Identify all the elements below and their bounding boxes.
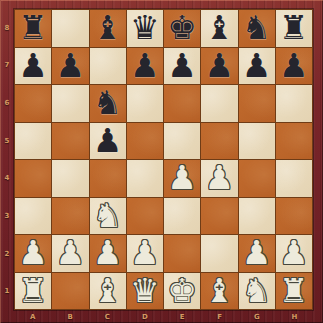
square-d5[interactable] <box>127 123 163 160</box>
square-f6[interactable] <box>201 85 237 122</box>
piece-black-queen[interactable]: ♛ <box>130 10 160 46</box>
file-label-b: B <box>51 310 88 323</box>
square-f7[interactable]: ♟ <box>201 48 237 85</box>
chess-board: ♜♝♛♚♝♞♜♟♟♟♟♟♟♟♞♟♟♟♞♟♟♟♟♟♟♜♝♛♚♝♞♜ <box>14 9 313 310</box>
square-a1[interactable]: ♜ <box>15 273 51 310</box>
rank-label-4: 4 <box>0 160 14 198</box>
rank-label-7: 7 <box>0 47 14 85</box>
piece-black-knight[interactable]: ♞ <box>242 10 272 46</box>
square-b2[interactable]: ♟ <box>52 235 88 272</box>
file-label-g: G <box>238 310 275 323</box>
square-c3[interactable]: ♞ <box>90 198 126 235</box>
square-e4[interactable]: ♟ <box>164 160 200 197</box>
piece-white-rook[interactable]: ♜ <box>279 273 309 309</box>
square-d1[interactable]: ♛ <box>127 273 163 310</box>
square-a7[interactable]: ♟ <box>15 48 51 85</box>
square-b3[interactable] <box>52 198 88 235</box>
piece-white-knight[interactable]: ♞ <box>242 273 272 309</box>
piece-white-rook[interactable]: ♜ <box>18 273 48 309</box>
square-h7[interactable]: ♟ <box>276 48 312 85</box>
piece-black-pawn[interactable]: ♟ <box>279 48 309 84</box>
piece-white-bishop[interactable]: ♝ <box>93 273 123 309</box>
piece-black-pawn[interactable]: ♟ <box>18 48 48 84</box>
square-a8[interactable]: ♜ <box>15 10 51 47</box>
square-g2[interactable]: ♟ <box>239 235 275 272</box>
square-e8[interactable]: ♚ <box>164 10 200 47</box>
square-c5[interactable]: ♟ <box>90 123 126 160</box>
square-h5[interactable] <box>276 123 312 160</box>
piece-black-bishop[interactable]: ♝ <box>205 10 235 46</box>
square-g8[interactable]: ♞ <box>239 10 275 47</box>
square-b7[interactable]: ♟ <box>52 48 88 85</box>
square-d4[interactable] <box>127 160 163 197</box>
piece-black-king[interactable]: ♚ <box>167 10 197 46</box>
square-a4[interactable] <box>15 160 51 197</box>
file-label-a: A <box>14 310 51 323</box>
file-label-h: H <box>276 310 313 323</box>
square-f5[interactable] <box>201 123 237 160</box>
piece-black-pawn[interactable]: ♟ <box>167 48 197 84</box>
square-f1[interactable]: ♝ <box>201 273 237 310</box>
square-g7[interactable]: ♟ <box>239 48 275 85</box>
piece-black-pawn[interactable]: ♟ <box>130 48 160 84</box>
square-h8[interactable]: ♜ <box>276 10 312 47</box>
square-g1[interactable]: ♞ <box>239 273 275 310</box>
rank-labels: 87654321 <box>0 9 14 310</box>
square-h1[interactable]: ♜ <box>276 273 312 310</box>
rank-label-5: 5 <box>0 122 14 160</box>
piece-white-bishop[interactable]: ♝ <box>205 273 235 309</box>
square-f3[interactable] <box>201 198 237 235</box>
square-b6[interactable] <box>52 85 88 122</box>
piece-white-pawn[interactable]: ♟ <box>93 235 123 271</box>
square-d3[interactable] <box>127 198 163 235</box>
square-e2[interactable] <box>164 235 200 272</box>
square-e6[interactable] <box>164 85 200 122</box>
square-d6[interactable] <box>127 85 163 122</box>
piece-white-pawn[interactable]: ♟ <box>18 235 48 271</box>
square-b5[interactable] <box>52 123 88 160</box>
rank-label-3: 3 <box>0 197 14 235</box>
piece-white-knight[interactable]: ♞ <box>93 198 123 234</box>
square-b1[interactable] <box>52 273 88 310</box>
board-frame: 87654321 ABCDEFGH ♜♝♛♚♝♞♜♟♟♟♟♟♟♟♞♟♟♟♞♟♟♟… <box>0 0 323 323</box>
square-a3[interactable] <box>15 198 51 235</box>
square-b8[interactable] <box>52 10 88 47</box>
piece-white-pawn[interactable]: ♟ <box>279 235 309 271</box>
square-c6[interactable]: ♞ <box>90 85 126 122</box>
piece-white-pawn[interactable]: ♟ <box>130 235 160 271</box>
file-labels: ABCDEFGH <box>14 310 313 323</box>
square-h3[interactable] <box>276 198 312 235</box>
square-d8[interactable]: ♛ <box>127 10 163 47</box>
square-c2[interactable]: ♟ <box>90 235 126 272</box>
square-h6[interactable] <box>276 85 312 122</box>
piece-white-pawn[interactable]: ♟ <box>167 160 197 196</box>
square-f2[interactable] <box>201 235 237 272</box>
square-d2[interactable]: ♟ <box>127 235 163 272</box>
square-h4[interactable] <box>276 160 312 197</box>
piece-white-pawn[interactable]: ♟ <box>242 235 272 271</box>
file-label-e: E <box>164 310 201 323</box>
square-a6[interactable] <box>15 85 51 122</box>
square-c7[interactable] <box>90 48 126 85</box>
chess-app: 87654321 ABCDEFGH ♜♝♛♚♝♞♜♟♟♟♟♟♟♟♞♟♟♟♞♟♟♟… <box>0 0 323 323</box>
piece-white-king[interactable]: ♚ <box>167 273 197 309</box>
square-a2[interactable]: ♟ <box>15 235 51 272</box>
piece-black-knight[interactable]: ♞ <box>93 85 123 121</box>
file-label-d: D <box>126 310 163 323</box>
square-g4[interactable] <box>239 160 275 197</box>
piece-white-pawn[interactable]: ♟ <box>205 160 235 196</box>
rank-label-6: 6 <box>0 84 14 122</box>
file-label-f: F <box>201 310 238 323</box>
square-h2[interactable]: ♟ <box>276 235 312 272</box>
square-e5[interactable] <box>164 123 200 160</box>
square-g6[interactable] <box>239 85 275 122</box>
square-a5[interactable] <box>15 123 51 160</box>
piece-white-pawn[interactable]: ♟ <box>56 235 86 271</box>
square-e1[interactable]: ♚ <box>164 273 200 310</box>
square-f8[interactable]: ♝ <box>201 10 237 47</box>
piece-black-pawn[interactable]: ♟ <box>242 48 272 84</box>
square-f4[interactable]: ♟ <box>201 160 237 197</box>
square-g5[interactable] <box>239 123 275 160</box>
square-c8[interactable]: ♝ <box>90 10 126 47</box>
piece-black-rook[interactable]: ♜ <box>18 10 48 46</box>
square-e7[interactable]: ♟ <box>164 48 200 85</box>
rank-label-2: 2 <box>0 235 14 273</box>
file-label-c: C <box>89 310 126 323</box>
piece-black-pawn[interactable]: ♟ <box>93 123 123 159</box>
square-g3[interactable] <box>239 198 275 235</box>
square-b4[interactable] <box>52 160 88 197</box>
piece-black-pawn[interactable]: ♟ <box>205 48 235 84</box>
piece-black-rook[interactable]: ♜ <box>279 10 309 46</box>
rank-label-8: 8 <box>0 9 14 47</box>
piece-white-queen[interactable]: ♛ <box>130 273 160 309</box>
square-c4[interactable] <box>90 160 126 197</box>
rank-label-1: 1 <box>0 272 14 310</box>
piece-black-pawn[interactable]: ♟ <box>56 48 86 84</box>
square-d7[interactable]: ♟ <box>127 48 163 85</box>
piece-black-bishop[interactable]: ♝ <box>93 10 123 46</box>
square-c1[interactable]: ♝ <box>90 273 126 310</box>
square-e3[interactable] <box>164 198 200 235</box>
